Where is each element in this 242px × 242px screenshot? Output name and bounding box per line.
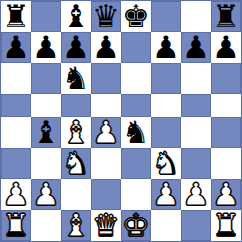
square-c6[interactable]: ♞ — [61, 63, 91, 94]
square-g5[interactable] — [181, 94, 211, 117]
black-pawn-c7[interactable]: ♟ — [62, 32, 90, 63]
square-g4[interactable] — [181, 117, 211, 148]
black-knight-e4[interactable]: ♞ — [122, 117, 150, 148]
black-bishop-c8[interactable]: ♝ — [62, 1, 90, 32]
black-queen-d8[interactable]: ♛ — [92, 1, 120, 32]
square-h2[interactable]: ♟ — [211, 179, 241, 210]
square-e3[interactable] — [121, 148, 151, 179]
black-pawn-b7[interactable]: ♟ — [32, 32, 60, 63]
square-c4[interactable]: ♝ — [61, 117, 91, 148]
white-pawn-f2[interactable]: ♟ — [152, 179, 180, 210]
square-h8[interactable]: ♜ — [211, 1, 241, 32]
square-b1[interactable] — [31, 210, 61, 241]
square-b4[interactable]: ♝ — [31, 117, 61, 148]
square-h6[interactable] — [211, 63, 241, 94]
black-pawn-f7[interactable]: ♟ — [152, 32, 180, 63]
black-pawn-g7[interactable]: ♟ — [182, 32, 210, 63]
square-f5[interactable] — [151, 94, 181, 117]
square-a6[interactable] — [1, 63, 31, 94]
black-king-e8[interactable]: ♚ — [122, 1, 150, 32]
black-rook-a8[interactable]: ♜ — [2, 1, 30, 32]
square-g3[interactable] — [181, 148, 211, 179]
square-a7[interactable]: ♟ — [1, 32, 31, 63]
square-c2[interactable] — [61, 179, 91, 210]
white-pawn-b2[interactable]: ♟ — [32, 179, 60, 210]
white-knight-f3[interactable]: ♞ — [152, 148, 180, 179]
black-pawn-d7[interactable]: ♟ — [92, 32, 120, 63]
chess-board: ♜♝♛♚♜♟♟♟♟♟♟♟♞♝♝♟♞♞♞♟♟♟♟♟♜♝♛♚♜ — [0, 0, 242, 242]
square-c7[interactable]: ♟ — [61, 32, 91, 63]
square-h5[interactable] — [211, 94, 241, 117]
square-e2[interactable] — [121, 179, 151, 210]
square-f1[interactable] — [151, 210, 181, 241]
black-rook-h8[interactable]: ♜ — [212, 1, 240, 32]
square-h1[interactable]: ♜ — [211, 210, 241, 241]
square-e6[interactable] — [121, 63, 151, 94]
square-e7[interactable] — [121, 32, 151, 63]
square-d2[interactable] — [91, 179, 121, 210]
black-knight-c6[interactable]: ♞ — [62, 63, 90, 94]
square-a1[interactable]: ♜ — [1, 210, 31, 241]
white-bishop-c4[interactable]: ♝ — [62, 117, 90, 148]
square-g6[interactable] — [181, 63, 211, 94]
square-d8[interactable]: ♛ — [91, 1, 121, 32]
square-g2[interactable]: ♟ — [181, 179, 211, 210]
square-b6[interactable] — [31, 63, 61, 94]
square-a5[interactable] — [1, 94, 31, 117]
square-c3[interactable]: ♞ — [61, 148, 91, 179]
square-a3[interactable] — [1, 148, 31, 179]
square-d3[interactable] — [91, 148, 121, 179]
square-e1[interactable]: ♚ — [121, 210, 151, 241]
white-rook-h1[interactable]: ♜ — [212, 210, 240, 241]
black-pawn-a7[interactable]: ♟ — [2, 32, 30, 63]
square-h4[interactable] — [211, 117, 241, 148]
square-d4[interactable]: ♟ — [91, 117, 121, 148]
white-rook-a1[interactable]: ♜ — [2, 210, 30, 241]
white-bishop-c1[interactable]: ♝ — [62, 210, 90, 241]
square-f4[interactable] — [151, 117, 181, 148]
square-b2[interactable]: ♟ — [31, 179, 61, 210]
white-king-e1[interactable]: ♚ — [122, 210, 150, 241]
square-e8[interactable]: ♚ — [121, 1, 151, 32]
square-a8[interactable]: ♜ — [1, 1, 31, 32]
square-f6[interactable] — [151, 63, 181, 94]
white-queen-d1[interactable]: ♛ — [92, 210, 120, 241]
square-c1[interactable]: ♝ — [61, 210, 91, 241]
square-g1[interactable] — [181, 210, 211, 241]
square-b3[interactable] — [31, 148, 61, 179]
square-b8[interactable] — [31, 1, 61, 32]
square-d6[interactable] — [91, 63, 121, 94]
white-pawn-h2[interactable]: ♟ — [212, 179, 240, 210]
white-pawn-a2[interactable]: ♟ — [2, 179, 30, 210]
black-bishop-b4[interactable]: ♝ — [32, 117, 60, 148]
white-pawn-d4[interactable]: ♟ — [92, 117, 120, 148]
square-f2[interactable]: ♟ — [151, 179, 181, 210]
square-g8[interactable] — [181, 1, 211, 32]
black-pawn-h7[interactable]: ♟ — [212, 32, 240, 63]
square-f7[interactable]: ♟ — [151, 32, 181, 63]
square-c8[interactable]: ♝ — [61, 1, 91, 32]
white-knight-c3[interactable]: ♞ — [62, 148, 90, 179]
square-f8[interactable] — [151, 1, 181, 32]
square-h3[interactable] — [211, 148, 241, 179]
square-e4[interactable]: ♞ — [121, 117, 151, 148]
white-pawn-g2[interactable]: ♟ — [182, 179, 210, 210]
square-b7[interactable]: ♟ — [31, 32, 61, 63]
square-g7[interactable]: ♟ — [181, 32, 211, 63]
square-a2[interactable]: ♟ — [1, 179, 31, 210]
square-d7[interactable]: ♟ — [91, 32, 121, 63]
square-d1[interactable]: ♛ — [91, 210, 121, 241]
square-f3[interactable]: ♞ — [151, 148, 181, 179]
square-a4[interactable] — [1, 117, 31, 148]
square-h7[interactable]: ♟ — [211, 32, 241, 63]
